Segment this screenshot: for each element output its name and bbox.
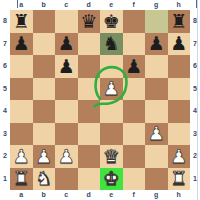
file-label-h: h [168, 190, 191, 200]
file-label-b: b [33, 0, 56, 10]
square-h8[interactable]: ♜ [168, 10, 191, 33]
rank-label-3: 3 [0, 123, 10, 146]
square-e3[interactable] [100, 123, 123, 146]
chess-board[interactable]: ♜♛♚♜♟♟♞♟♟♟♟♟♟♟♟♟♛♟♜♞♚♜ [10, 10, 190, 190]
square-h5[interactable] [168, 78, 191, 101]
rank-label-5: 5 [0, 78, 10, 101]
piece-white-pawn[interactable]: ♟ [103, 79, 120, 98]
square-c4[interactable] [55, 100, 78, 123]
rank-label-7: 7 [0, 33, 10, 56]
square-e8[interactable]: ♚ [100, 10, 123, 33]
square-d3[interactable] [78, 123, 101, 146]
piece-white-queen[interactable]: ♛ [103, 146, 120, 165]
square-f1[interactable] [123, 168, 146, 191]
square-c5[interactable] [55, 78, 78, 101]
edge-tick-left [17, 0, 18, 8]
square-a6[interactable] [10, 55, 33, 78]
square-g3[interactable]: ♟ [145, 123, 168, 146]
piece-white-pawn[interactable]: ♟ [148, 124, 165, 143]
rank-label-1: 1 [190, 168, 200, 191]
rank-label-6: 6 [0, 55, 10, 78]
piece-black-queen[interactable]: ♛ [80, 11, 97, 30]
square-g7[interactable]: ♟ [145, 33, 168, 56]
edge-tick-right [196, 0, 197, 8]
square-e6[interactable] [100, 55, 123, 78]
square-g5[interactable] [145, 78, 168, 101]
square-f7[interactable] [123, 33, 146, 56]
square-d5[interactable] [78, 78, 101, 101]
square-e1[interactable]: ♚ [100, 168, 123, 191]
piece-black-knight[interactable]: ♞ [103, 34, 120, 53]
square-b5[interactable] [33, 78, 56, 101]
square-d6[interactable] [78, 55, 101, 78]
file-label-g: g [145, 0, 168, 10]
file-label-b: b [33, 190, 56, 200]
square-d7[interactable] [78, 33, 101, 56]
piece-black-pawn[interactable]: ♟ [148, 34, 165, 53]
rank-labels-left: 87654321 [0, 10, 10, 190]
file-labels-bottom: abcdefgh [10, 190, 190, 200]
piece-white-king[interactable]: ♚ [103, 169, 120, 188]
square-a8[interactable]: ♜ [10, 10, 33, 33]
square-b1[interactable]: ♞ [33, 168, 56, 191]
square-d2[interactable] [78, 145, 101, 168]
square-g4[interactable] [145, 100, 168, 123]
square-c3[interactable] [55, 123, 78, 146]
square-d8[interactable]: ♛ [78, 10, 101, 33]
square-c2[interactable]: ♟ [55, 145, 78, 168]
piece-black-rook[interactable]: ♜ [13, 11, 30, 30]
file-label-a: a [10, 190, 33, 200]
square-f3[interactable] [123, 123, 146, 146]
square-h7[interactable]: ♟ [168, 33, 191, 56]
rank-label-4: 4 [190, 100, 200, 123]
file-label-g: g [145, 190, 168, 200]
rank-label-2: 2 [0, 145, 10, 168]
file-label-f: f [123, 0, 146, 10]
rank-label-4: 4 [0, 100, 10, 123]
square-b7[interactable] [33, 33, 56, 56]
square-h6[interactable] [168, 55, 191, 78]
file-labels-top: abcdefgh [10, 0, 190, 10]
square-f5[interactable] [123, 78, 146, 101]
rank-labels-right: 87654321 [190, 10, 200, 190]
square-d4[interactable] [78, 100, 101, 123]
piece-black-pawn[interactable]: ♟ [58, 34, 75, 53]
square-f4[interactable] [123, 100, 146, 123]
piece-black-pawn[interactable]: ♟ [58, 56, 75, 75]
square-h4[interactable] [168, 100, 191, 123]
square-a5[interactable] [10, 78, 33, 101]
chess-app: abcdefgh abcdefgh 87654321 87654321 ♜♛♚♜… [0, 0, 200, 200]
rank-label-3: 3 [190, 123, 200, 146]
square-e2[interactable]: ♛ [100, 145, 123, 168]
square-f2[interactable] [123, 145, 146, 168]
square-c1[interactable] [55, 168, 78, 191]
piece-white-pawn[interactable]: ♟ [13, 146, 30, 165]
square-f6[interactable]: ♟ [123, 55, 146, 78]
piece-white-pawn[interactable]: ♟ [170, 146, 187, 165]
square-a2[interactable]: ♟ [10, 145, 33, 168]
square-b4[interactable] [33, 100, 56, 123]
square-a7[interactable]: ♟ [10, 33, 33, 56]
rank-label-1: 1 [0, 168, 10, 191]
file-label-e: e [100, 190, 123, 200]
square-g8[interactable] [145, 10, 168, 33]
piece-white-knight[interactable]: ♞ [35, 169, 52, 188]
square-b6[interactable] [33, 55, 56, 78]
rank-label-6: 6 [190, 55, 200, 78]
square-g1[interactable] [145, 168, 168, 191]
square-e4[interactable] [100, 100, 123, 123]
rank-label-2: 2 [190, 145, 200, 168]
square-b2[interactable]: ♟ [33, 145, 56, 168]
piece-black-rook[interactable]: ♜ [170, 11, 187, 30]
square-f8[interactable] [123, 10, 146, 33]
piece-white-rook[interactable]: ♜ [170, 169, 187, 188]
square-b3[interactable] [33, 123, 56, 146]
square-c8[interactable] [55, 10, 78, 33]
square-b8[interactable] [33, 10, 56, 33]
piece-white-pawn[interactable]: ♟ [58, 146, 75, 165]
piece-black-pawn[interactable]: ♟ [170, 34, 187, 53]
file-label-c: c [55, 190, 78, 200]
piece-white-rook[interactable]: ♜ [13, 169, 30, 188]
square-c7[interactable]: ♟ [55, 33, 78, 56]
square-g2[interactable] [145, 145, 168, 168]
rank-label-8: 8 [0, 10, 10, 33]
rank-label-5: 5 [190, 78, 200, 101]
square-a1[interactable]: ♜ [10, 168, 33, 191]
piece-black-king[interactable]: ♚ [103, 11, 120, 30]
file-label-d: d [78, 190, 101, 200]
square-h1[interactable]: ♜ [168, 168, 191, 191]
rank-label-8: 8 [190, 10, 200, 33]
square-h2[interactable]: ♟ [168, 145, 191, 168]
square-g6[interactable] [145, 55, 168, 78]
square-e5[interactable]: ♟ [100, 78, 123, 101]
file-label-f: f [123, 190, 146, 200]
square-a3[interactable] [10, 123, 33, 146]
square-d1[interactable] [78, 168, 101, 191]
piece-black-pawn[interactable]: ♟ [13, 34, 30, 53]
screen-edge-line [197, 0, 198, 200]
file-label-c: c [55, 0, 78, 10]
square-c6[interactable]: ♟ [55, 55, 78, 78]
rank-label-7: 7 [190, 33, 200, 56]
square-e7[interactable]: ♞ [100, 33, 123, 56]
piece-white-pawn[interactable]: ♟ [35, 146, 52, 165]
square-a4[interactable] [10, 100, 33, 123]
square-h3[interactable] [168, 123, 191, 146]
piece-black-pawn[interactable]: ♟ [125, 56, 142, 75]
